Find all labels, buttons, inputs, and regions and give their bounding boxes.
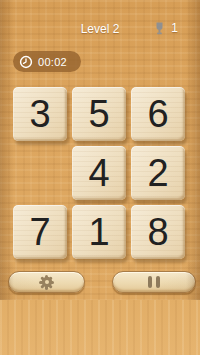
pause-button[interactable]: [112, 271, 196, 293]
cell-r3c2[interactable]: 1: [72, 205, 126, 259]
cell-r1c3[interactable]: 6: [131, 87, 185, 141]
cell-r1c1[interactable]: 3: [13, 87, 67, 141]
puzzle-board: 3 5 6 4 2 7 1 8: [13, 87, 185, 259]
empty-cell: [13, 146, 67, 200]
cell-r2c2[interactable]: 4: [72, 146, 126, 200]
timer-value: 00:02: [38, 56, 67, 68]
settings-button[interactable]: [8, 271, 85, 293]
pause-icon: [148, 276, 160, 288]
cell-r3c3[interactable]: 8: [131, 205, 185, 259]
trophy-counter: 1: [155, 21, 178, 35]
gear-icon: [39, 275, 54, 290]
game-area: Level 2 1 00:02 3 5 6: [0, 0, 200, 300]
timer-pill: 00:02: [13, 51, 81, 72]
clock-icon: [19, 55, 33, 69]
banner-area: [0, 300, 200, 355]
cell-r2c3[interactable]: 2: [131, 146, 185, 200]
app-screen: Level 2 1 00:02 3 5 6: [0, 0, 200, 355]
cell-r3c1[interactable]: 7: [13, 205, 67, 259]
cell-r1c2[interactable]: 5: [72, 87, 126, 141]
trophy-icon: [155, 22, 164, 35]
trophy-count: 1: [171, 21, 178, 35]
